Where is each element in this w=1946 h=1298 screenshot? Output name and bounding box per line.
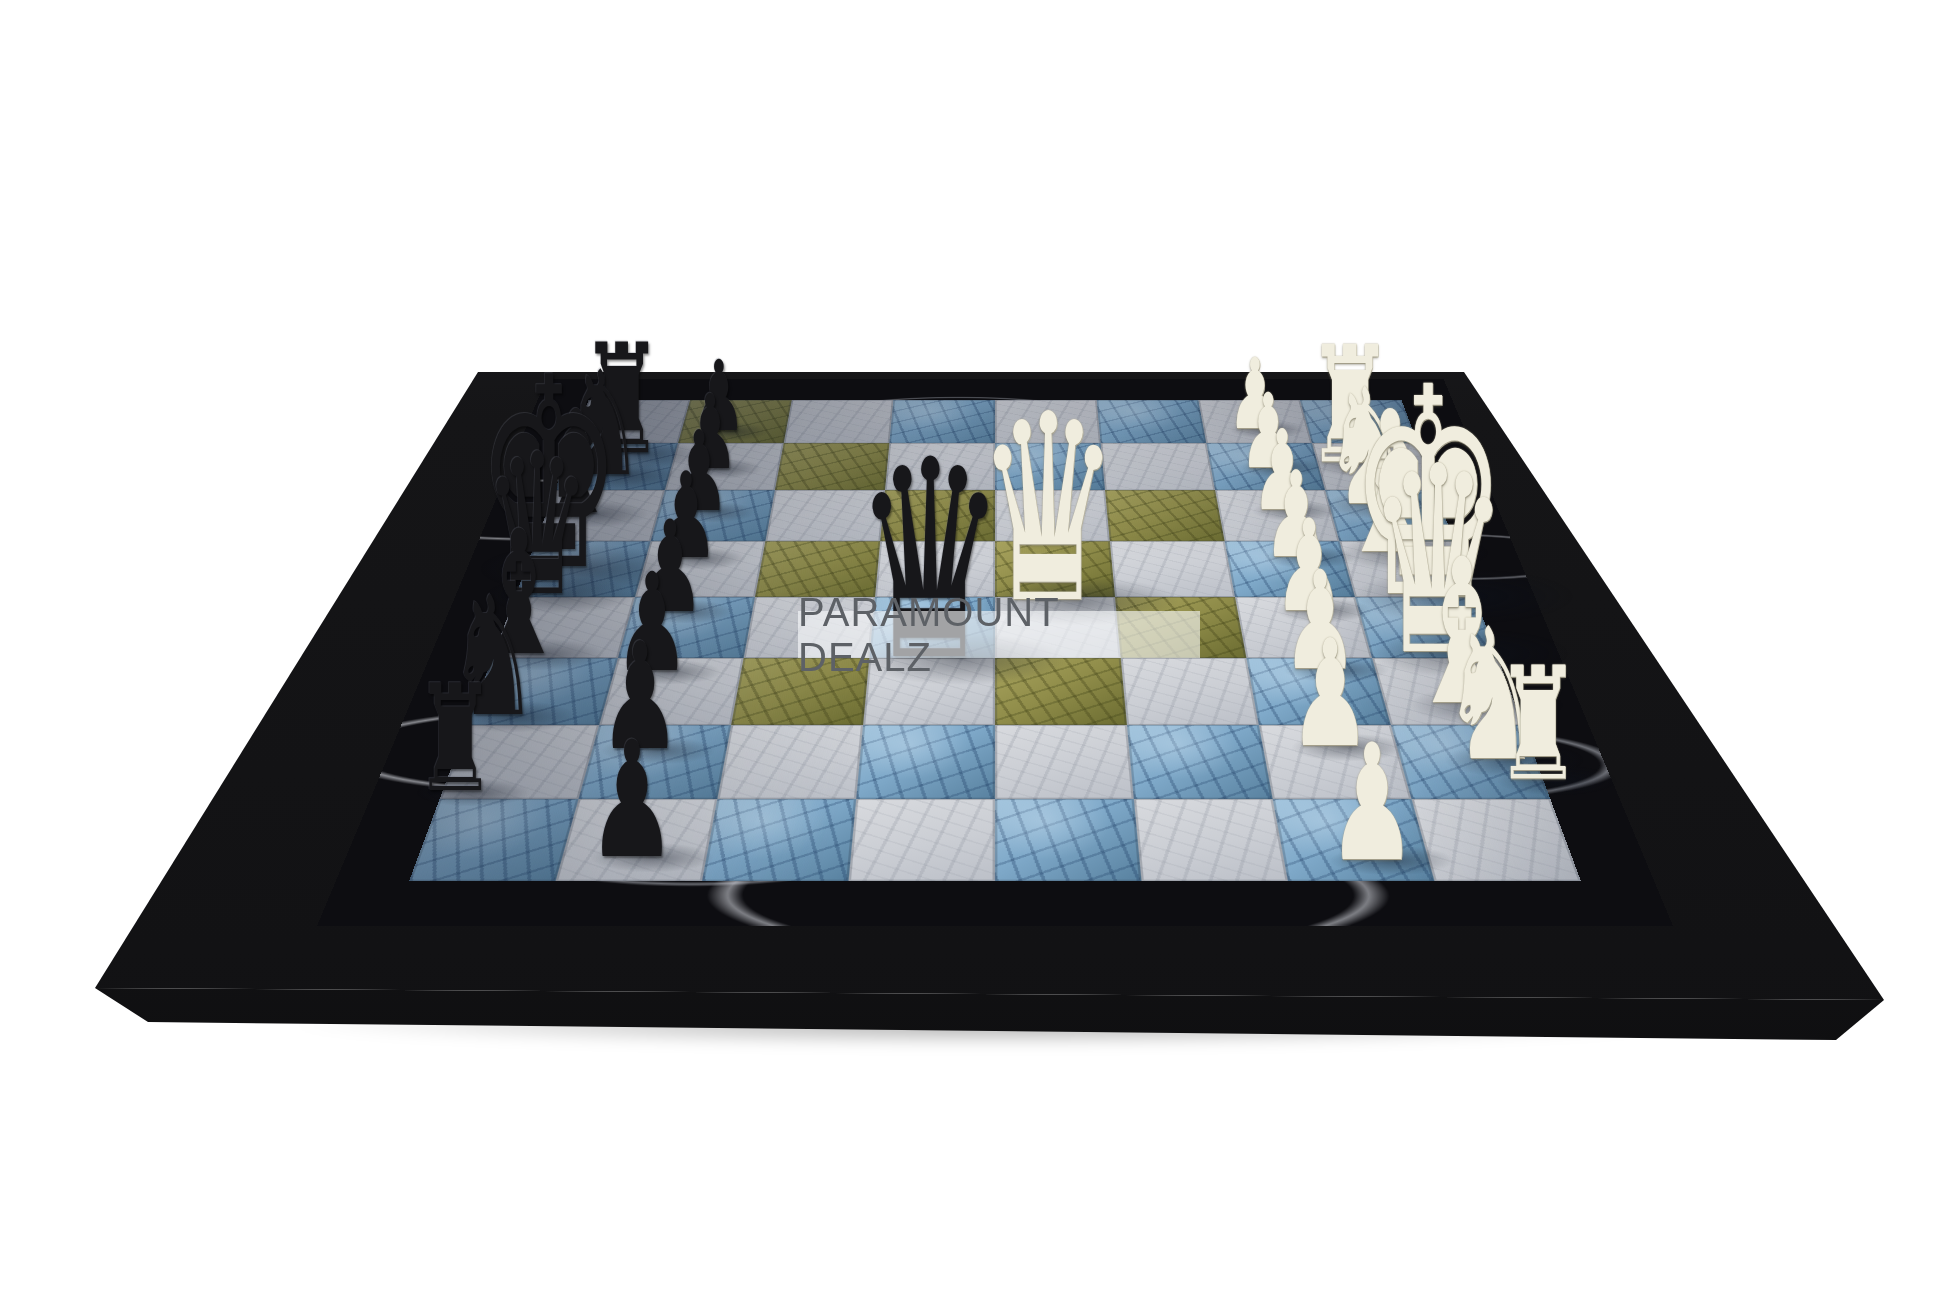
watermark-text: PARAMOUNT DEALZ <box>798 590 1200 680</box>
piece-black-pawn-a7: ♟ <box>587 720 677 881</box>
product-photo-page: { "game": "chess", "scene": { "type": "p… <box>0 0 1946 1298</box>
watermark-band: PARAMOUNT DEALZ <box>798 611 1200 658</box>
piece-white-rook-a1: ♜ <box>1495 647 1582 803</box>
piece-black-rook-a8: ♜ <box>414 666 496 814</box>
piece-white-pawn-a2: ♟ <box>1327 723 1417 884</box>
